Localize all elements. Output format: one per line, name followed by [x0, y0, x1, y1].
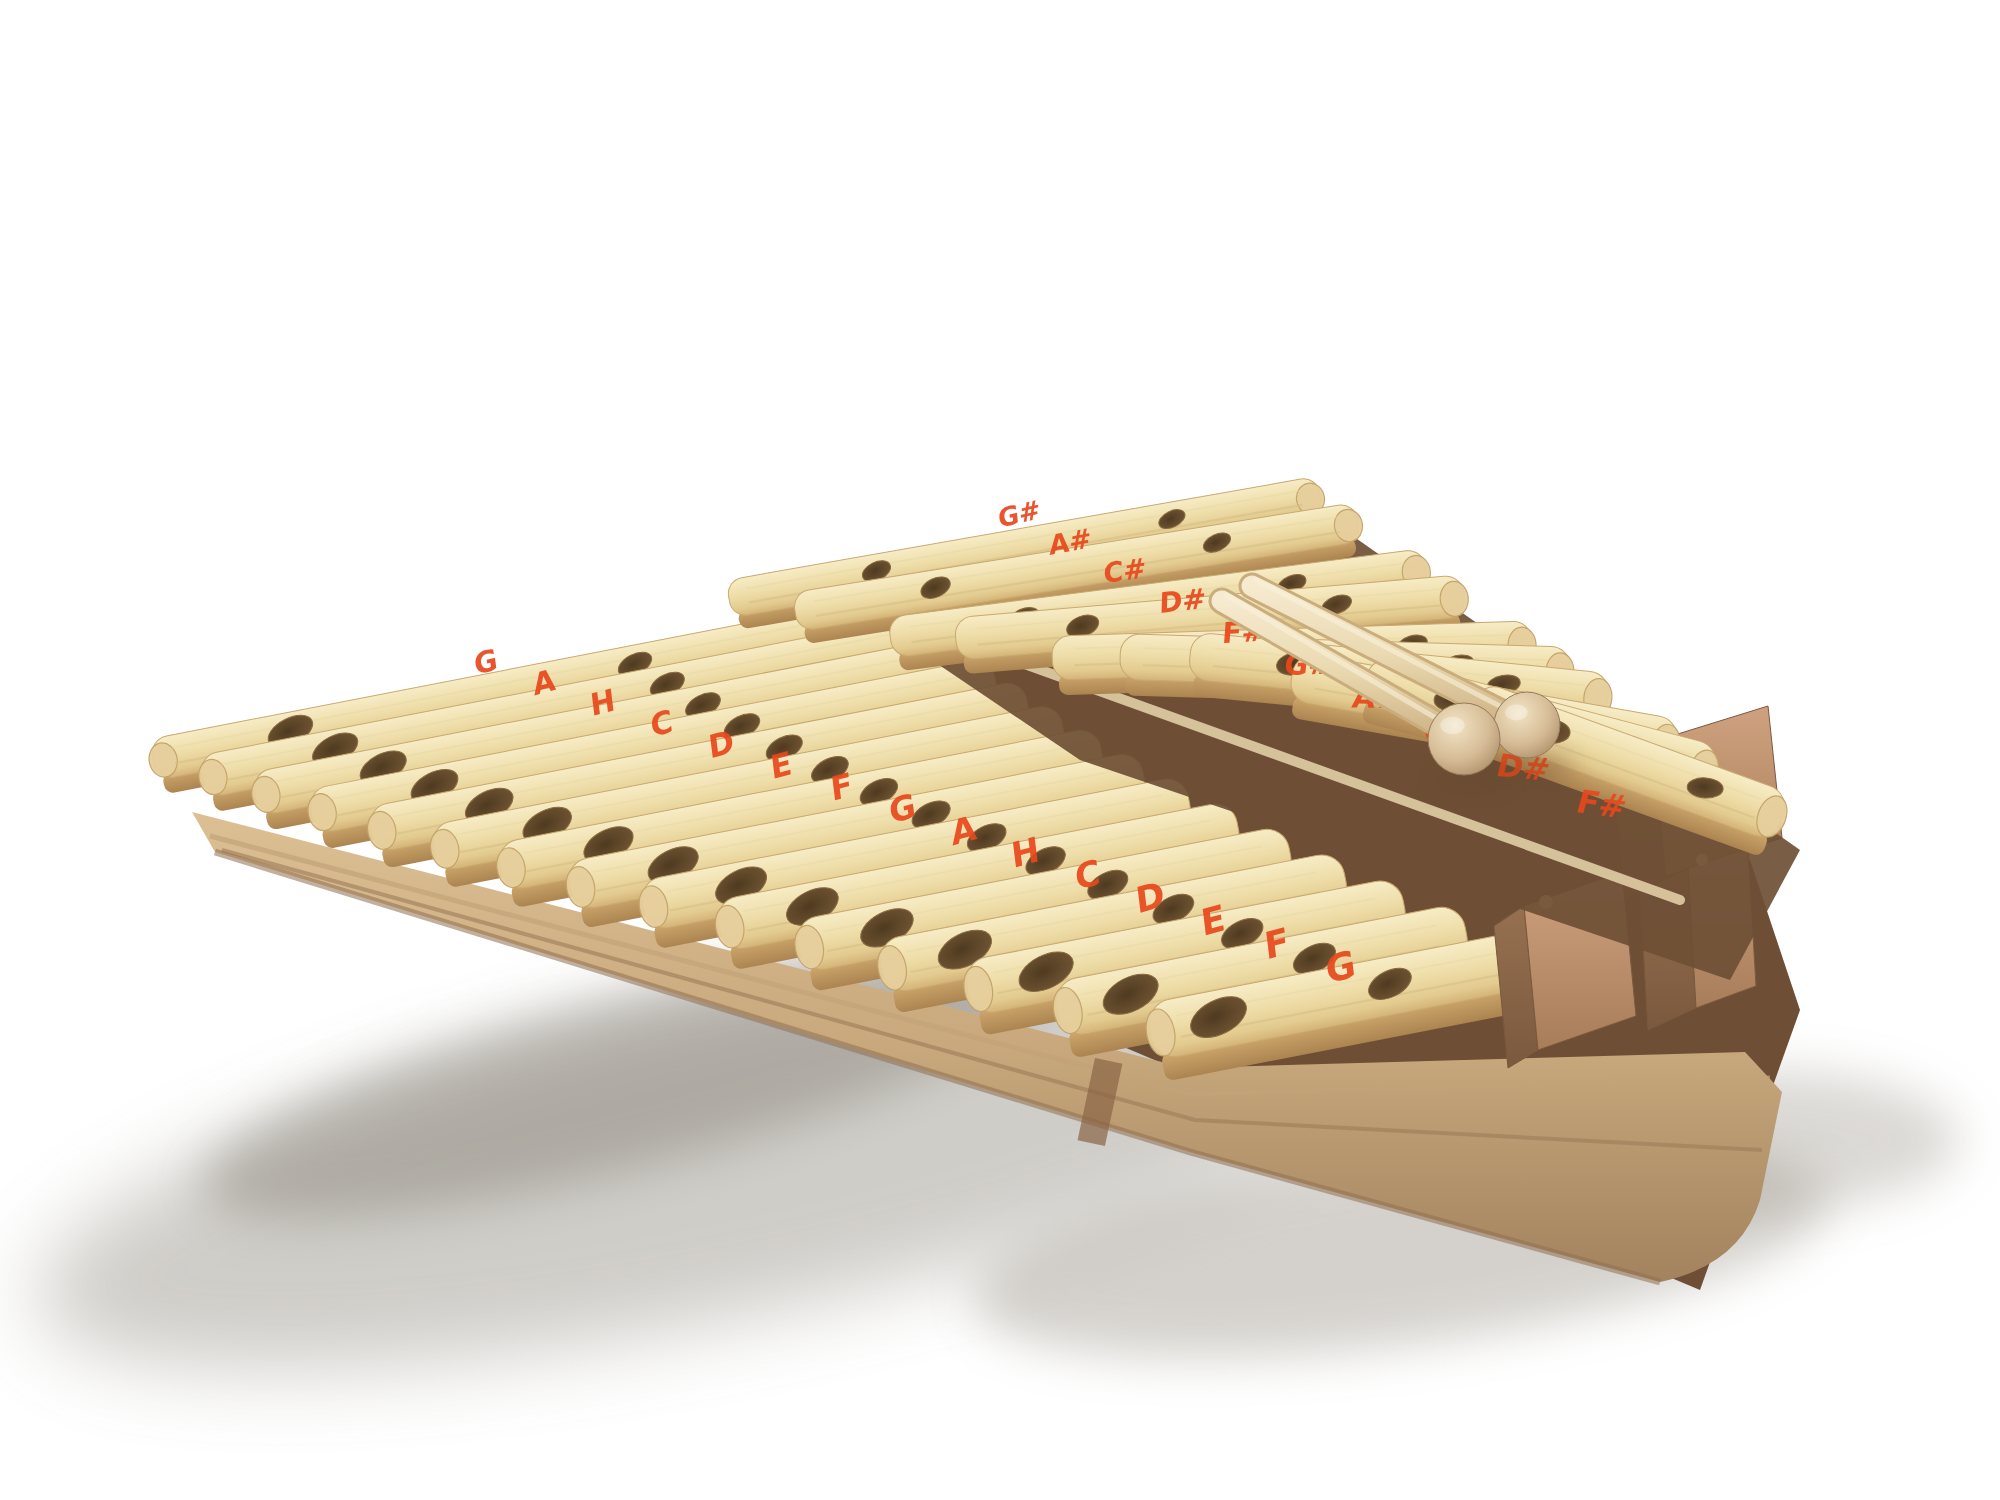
note-label-main-14: F: [1262, 919, 1291, 968]
note-label-main-12: D: [1133, 873, 1166, 921]
note-label-sharp-3: C#: [1103, 552, 1146, 589]
note-label-main-7: F: [829, 765, 855, 809]
note-label-main-11: C: [1073, 852, 1103, 898]
note-label-main-2: A: [531, 662, 557, 703]
note-label-main-4: C: [649, 702, 675, 744]
note-label-sharp-10: F#: [1572, 783, 1631, 826]
photo-stage: GAHCDEFGAHCDEFGG#A#C#D#F#G#A#C#D#F#: [0, 0, 2000, 1500]
note-label-main-13: E: [1199, 897, 1228, 944]
note-label-main-8: G: [887, 786, 918, 832]
note-label-main-1: G: [472, 642, 499, 682]
xylophone-photo: GAHCDEFGAHCDEFGG#A#C#D#F#G#A#C#D#F#: [0, 0, 2000, 1500]
note-label-main-9: A: [949, 808, 979, 854]
mallet-head-highlight: [1505, 705, 1527, 721]
note-label-main-10: H: [1009, 829, 1042, 876]
note-label-main-15: G: [1323, 941, 1358, 993]
note-label-main-5: D: [706, 723, 735, 766]
note-label-sharp-4: D#: [1159, 582, 1207, 620]
note-label-main-6: E: [768, 744, 794, 788]
mallet-head: [1494, 692, 1560, 758]
mallet-head-highlight: [1440, 717, 1464, 734]
mallet-head: [1428, 703, 1500, 775]
note-label-main-3: H: [588, 682, 617, 723]
